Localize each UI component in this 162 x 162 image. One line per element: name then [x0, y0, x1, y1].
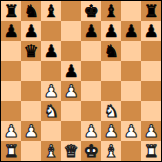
square-b7[interactable]: ♟ [21, 21, 41, 41]
piece-black-pawn[interactable]: ♟ [43, 41, 58, 61]
square-e2[interactable]: ♟ [81, 121, 101, 141]
square-a7[interactable]: ♟ [1, 21, 21, 41]
square-a6[interactable] [1, 41, 21, 61]
square-b8[interactable]: ♞ [21, 1, 41, 21]
square-e7[interactable]: ♟ [81, 21, 101, 41]
square-g2[interactable]: ♟ [121, 121, 141, 141]
square-h6[interactable] [141, 41, 161, 61]
piece-white-bishop[interactable]: ♝ [43, 141, 58, 161]
piece-black-pawn[interactable]: ♟ [3, 21, 18, 41]
square-d3[interactable] [61, 101, 81, 121]
square-g7[interactable]: ♟ [121, 21, 141, 41]
square-e3[interactable] [81, 101, 101, 121]
piece-black-knight[interactable]: ♞ [23, 1, 38, 21]
square-b1[interactable] [21, 141, 41, 161]
square-a4[interactable] [1, 81, 21, 101]
square-d1[interactable]: ♛ [61, 141, 81, 161]
square-g6[interactable] [121, 41, 141, 61]
piece-white-bishop[interactable]: ♝ [103, 141, 118, 161]
square-d5[interactable]: ♟ [61, 61, 81, 81]
square-h3[interactable] [141, 101, 161, 121]
piece-black-pawn[interactable]: ♟ [63, 61, 78, 81]
piece-black-pawn[interactable]: ♟ [123, 21, 138, 41]
square-a5[interactable] [1, 61, 21, 81]
piece-black-pawn[interactable]: ♟ [23, 21, 38, 41]
piece-white-rook[interactable]: ♜ [143, 141, 158, 161]
piece-white-knight[interactable]: ♞ [43, 101, 58, 121]
square-f6[interactable]: ♞ [101, 41, 121, 61]
square-f5[interactable] [101, 61, 121, 81]
square-g1[interactable] [121, 141, 141, 161]
square-e6[interactable] [81, 41, 101, 61]
square-f1[interactable]: ♝ [101, 141, 121, 161]
square-h8[interactable]: ♜ [141, 1, 161, 21]
square-b3[interactable] [21, 101, 41, 121]
piece-white-pawn[interactable]: ♟ [103, 121, 118, 141]
square-h2[interactable]: ♟ [141, 121, 161, 141]
piece-white-pawn[interactable]: ♟ [63, 81, 78, 101]
square-d4[interactable]: ♟ [61, 81, 81, 101]
piece-white-pawn[interactable]: ♟ [83, 121, 98, 141]
square-c4[interactable]: ♟ [41, 81, 61, 101]
piece-white-knight[interactable]: ♞ [103, 101, 118, 121]
piece-black-king[interactable]: ♚ [83, 1, 98, 21]
piece-black-bishop[interactable]: ♝ [103, 1, 118, 21]
square-f3[interactable]: ♞ [101, 101, 121, 121]
square-c5[interactable] [41, 61, 61, 81]
square-g3[interactable] [121, 101, 141, 121]
square-b4[interactable] [21, 81, 41, 101]
piece-white-queen[interactable]: ♛ [63, 141, 78, 161]
piece-black-pawn[interactable]: ♟ [83, 21, 98, 41]
square-f7[interactable]: ♟ [101, 21, 121, 41]
square-f2[interactable]: ♟ [101, 121, 121, 141]
piece-white-rook[interactable]: ♜ [3, 141, 18, 161]
square-h1[interactable]: ♜ [141, 141, 161, 161]
square-a2[interactable]: ♟ [1, 121, 21, 141]
square-g4[interactable] [121, 81, 141, 101]
square-e1[interactable]: ♚ [81, 141, 101, 161]
square-a3[interactable] [1, 101, 21, 121]
square-e4[interactable] [81, 81, 101, 101]
square-a1[interactable]: ♜ [1, 141, 21, 161]
square-c2[interactable] [41, 121, 61, 141]
piece-black-rook[interactable]: ♜ [3, 1, 18, 21]
square-g8[interactable] [121, 1, 141, 21]
square-f8[interactable]: ♝ [101, 1, 121, 21]
square-c7[interactable] [41, 21, 61, 41]
square-f4[interactable] [101, 81, 121, 101]
square-d6[interactable] [61, 41, 81, 61]
piece-black-queen[interactable]: ♛ [23, 41, 38, 61]
square-a8[interactable]: ♜ [1, 1, 21, 21]
piece-white-pawn[interactable]: ♟ [143, 121, 158, 141]
piece-black-knight[interactable]: ♞ [103, 41, 118, 61]
square-h5[interactable] [141, 61, 161, 81]
square-c3[interactable]: ♞ [41, 101, 61, 121]
square-d7[interactable] [61, 21, 81, 41]
piece-black-pawn[interactable]: ♟ [143, 21, 158, 41]
square-e8[interactable]: ♚ [81, 1, 101, 21]
square-e5[interactable] [81, 61, 101, 81]
piece-white-pawn[interactable]: ♟ [43, 81, 58, 101]
chess-board: ♜♞♝♚♝♜♟♟♟♟♟♟♛♟♞♟♟♟♞♞♟♟♟♟♟♟♜♝♛♚♝♜ [0, 0, 162, 162]
square-b2[interactable]: ♟ [21, 121, 41, 141]
square-b5[interactable] [21, 61, 41, 81]
square-c6[interactable]: ♟ [41, 41, 61, 61]
piece-white-pawn[interactable]: ♟ [123, 121, 138, 141]
piece-white-king[interactable]: ♚ [83, 141, 98, 161]
square-d8[interactable] [61, 1, 81, 21]
piece-black-bishop[interactable]: ♝ [43, 1, 58, 21]
square-h7[interactable]: ♟ [141, 21, 161, 41]
piece-white-pawn[interactable]: ♟ [23, 121, 38, 141]
square-c1[interactable]: ♝ [41, 141, 61, 161]
square-h4[interactable] [141, 81, 161, 101]
piece-black-pawn[interactable]: ♟ [103, 21, 118, 41]
piece-white-pawn[interactable]: ♟ [3, 121, 18, 141]
square-g5[interactable] [121, 61, 141, 81]
square-b6[interactable]: ♛ [21, 41, 41, 61]
piece-black-rook[interactable]: ♜ [143, 1, 158, 21]
square-c8[interactable]: ♝ [41, 1, 61, 21]
square-d2[interactable] [61, 121, 81, 141]
